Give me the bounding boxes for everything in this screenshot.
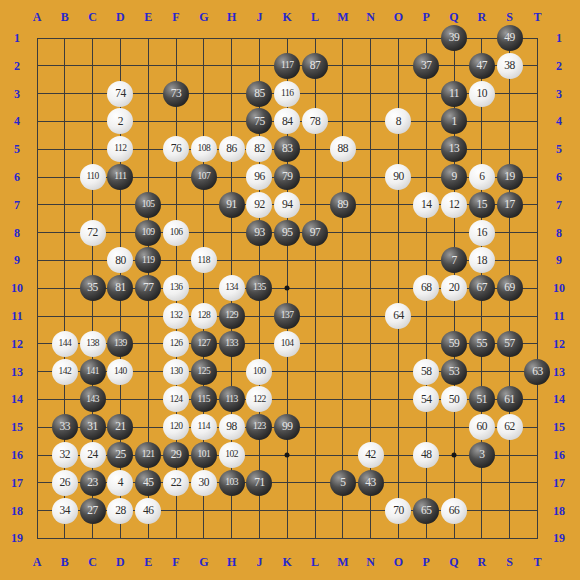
go-board[interactable]: AABBCCDDEEFFGGHHJJKKLLMMNNOOPPQQRRSSTT11…: [0, 0, 580, 580]
coord-label-right: 7: [556, 197, 562, 212]
move-number: 1: [451, 116, 456, 128]
white-stone-C16: 24: [80, 442, 106, 468]
move-number: 12: [449, 199, 460, 211]
black-stone-P2: 37: [413, 53, 439, 79]
coord-label-top: P: [423, 10, 430, 25]
black-stone-K2: 117: [274, 53, 300, 79]
coord-label-right: 19: [553, 531, 565, 546]
move-number: 19: [504, 171, 515, 183]
move-number: 15: [477, 199, 488, 211]
black-stone-S12: 57: [497, 331, 523, 357]
coord-label-bottom: L: [311, 555, 319, 570]
move-number: 130: [170, 367, 183, 377]
move-number: 136: [170, 283, 183, 293]
move-number: 68: [421, 282, 432, 294]
move-number: 135: [253, 283, 266, 293]
black-stone-D12: 139: [107, 331, 133, 357]
move-number: 3: [479, 449, 484, 461]
move-number: 76: [171, 143, 182, 155]
move-number: 144: [58, 339, 71, 349]
move-number: 90: [393, 171, 404, 183]
white-stone-F14: 124: [163, 386, 189, 412]
move-number: 34: [60, 505, 71, 517]
move-number: 133: [225, 339, 238, 349]
move-number: 93: [254, 227, 265, 239]
black-stone-P18: 65: [413, 498, 439, 524]
move-number: 116: [281, 89, 293, 99]
star-point: [452, 453, 457, 458]
white-stone-R9: 18: [469, 247, 495, 273]
move-number: 28: [115, 505, 126, 517]
move-number: 91: [226, 199, 237, 211]
move-number: 140: [114, 367, 127, 377]
white-stone-C6: 110: [80, 164, 106, 190]
black-stone-M7: 89: [330, 192, 356, 218]
move-number: 96: [254, 171, 265, 183]
move-number: 39: [449, 32, 460, 44]
move-number: 119: [142, 256, 154, 266]
move-number: 81: [115, 282, 126, 294]
white-stone-R8: 16: [469, 220, 495, 246]
move-number: 58: [421, 366, 432, 378]
move-number: 143: [86, 395, 99, 405]
move-number: 105: [142, 200, 155, 210]
white-stone-O6: 90: [385, 164, 411, 190]
move-number: 85: [254, 88, 265, 100]
white-stone-G9: 118: [191, 247, 217, 273]
move-number: 49: [504, 32, 515, 44]
coord-label-left: 19: [11, 531, 23, 546]
white-stone-F13: 130: [163, 359, 189, 385]
move-number: 117: [281, 61, 293, 71]
coord-label-right: 9: [556, 253, 562, 268]
coord-label-top: D: [116, 10, 125, 25]
white-stone-B12: 144: [52, 331, 78, 357]
white-stone-H5: 86: [219, 136, 245, 162]
move-number: 115: [198, 395, 210, 405]
coord-label-bottom: J: [256, 555, 262, 570]
move-number: 20: [449, 282, 460, 294]
move-number: 54: [421, 394, 432, 406]
move-number: 4: [118, 477, 123, 489]
black-stone-Q3: 11: [441, 81, 467, 107]
move-number: 83: [282, 143, 293, 155]
white-stone-F15: 120: [163, 414, 189, 440]
white-stone-O4: 8: [385, 108, 411, 134]
black-stone-R2: 47: [469, 53, 495, 79]
black-stone-Q4: 1: [441, 108, 467, 134]
black-stone-E9: 119: [135, 247, 161, 273]
coord-label-left: 16: [11, 448, 23, 463]
move-number: 65: [421, 505, 432, 517]
black-stone-H14: 113: [219, 386, 245, 412]
white-stone-R15: 60: [469, 414, 495, 440]
black-stone-D15: 21: [107, 414, 133, 440]
black-stone-C18: 27: [80, 498, 106, 524]
move-number: 26: [60, 477, 71, 489]
black-stone-J10: 135: [246, 275, 272, 301]
white-stone-F11: 132: [163, 303, 189, 329]
white-stone-P16: 48: [413, 442, 439, 468]
white-stone-J6: 96: [246, 164, 272, 190]
black-stone-J8: 93: [246, 220, 272, 246]
white-stone-F17: 22: [163, 470, 189, 496]
move-number: 35: [87, 282, 98, 294]
white-stone-K3: 116: [274, 81, 300, 107]
coord-label-bottom: O: [394, 555, 403, 570]
black-stone-Q6: 9: [441, 164, 467, 190]
coord-label-bottom: F: [172, 555, 179, 570]
coord-label-right: 11: [553, 309, 564, 324]
move-number: 13: [449, 143, 460, 155]
black-stone-J17: 71: [246, 470, 272, 496]
move-number: 17: [504, 199, 515, 211]
coord-label-left: 3: [14, 86, 20, 101]
move-number: 60: [477, 421, 488, 433]
move-number: 74: [115, 88, 126, 100]
move-number: 45: [143, 477, 154, 489]
white-stone-Q14: 50: [441, 386, 467, 412]
coord-label-left: 6: [14, 170, 20, 185]
black-stone-S1: 49: [497, 25, 523, 51]
black-stone-Q9: 7: [441, 247, 467, 273]
black-stone-G6: 107: [191, 164, 217, 190]
star-point: [285, 286, 290, 291]
coord-label-right: 2: [556, 58, 562, 73]
black-stone-C15: 31: [80, 414, 106, 440]
white-stone-S15: 62: [497, 414, 523, 440]
coord-label-right: 10: [553, 281, 565, 296]
move-number: 7: [451, 255, 456, 267]
move-number: 112: [114, 144, 126, 154]
move-number: 106: [170, 228, 183, 238]
black-stone-F16: 29: [163, 442, 189, 468]
move-number: 132: [170, 311, 183, 321]
coord-label-top: J: [256, 10, 262, 25]
white-stone-H16: 102: [219, 442, 245, 468]
move-number: 137: [281, 311, 294, 321]
black-stone-S14: 61: [497, 386, 523, 412]
black-stone-G12: 127: [191, 331, 217, 357]
coord-label-top: C: [88, 10, 97, 25]
white-stone-R6: 6: [469, 164, 495, 190]
white-stone-O18: 70: [385, 498, 411, 524]
move-number: 124: [170, 395, 183, 405]
grid-line: [37, 38, 38, 539]
coord-label-left: 1: [14, 31, 20, 46]
coord-label-right: 12: [553, 336, 565, 351]
move-number: 21: [115, 421, 126, 433]
white-stone-K12: 104: [274, 331, 300, 357]
white-stone-F12: 126: [163, 331, 189, 357]
move-number: 138: [86, 339, 99, 349]
move-number: 63: [532, 366, 543, 378]
move-number: 6: [479, 171, 484, 183]
move-number: 125: [197, 367, 210, 377]
coord-label-right: 5: [556, 142, 562, 157]
move-number: 77: [143, 282, 154, 294]
move-number: 57: [504, 338, 515, 350]
coord-label-left: 5: [14, 142, 20, 157]
move-number: 46: [143, 505, 154, 517]
black-stone-K5: 83: [274, 136, 300, 162]
move-number: 33: [60, 421, 71, 433]
black-stone-R7: 15: [469, 192, 495, 218]
white-stone-E18: 46: [135, 498, 161, 524]
move-number: 71: [254, 477, 265, 489]
move-number: 129: [225, 311, 238, 321]
coord-label-right: 1: [556, 31, 562, 46]
white-stone-D13: 140: [107, 359, 133, 385]
white-stone-P10: 68: [413, 275, 439, 301]
move-number: 78: [310, 116, 321, 128]
move-number: 86: [226, 143, 237, 155]
coord-label-top: F: [172, 10, 179, 25]
coord-label-bottom: T: [533, 555, 541, 570]
white-stone-K4: 84: [274, 108, 300, 134]
move-number: 128: [197, 311, 210, 321]
coord-label-top: R: [477, 10, 486, 25]
grid-line: [342, 38, 343, 539]
black-stone-J15: 123: [246, 414, 272, 440]
move-number: 70: [393, 505, 404, 517]
white-stone-R3: 10: [469, 81, 495, 107]
white-stone-D18: 28: [107, 498, 133, 524]
white-stone-K7: 94: [274, 192, 300, 218]
move-number: 101: [197, 450, 210, 460]
move-number: 95: [282, 227, 293, 239]
black-stone-K6: 79: [274, 164, 300, 190]
coord-label-top: B: [61, 10, 69, 25]
white-stone-B13: 142: [52, 359, 78, 385]
move-number: 47: [477, 60, 488, 72]
move-number: 92: [254, 199, 265, 211]
white-stone-B18: 34: [52, 498, 78, 524]
white-stone-L4: 78: [302, 108, 328, 134]
black-stone-H12: 133: [219, 331, 245, 357]
move-number: 73: [171, 88, 182, 100]
move-number: 127: [197, 339, 210, 349]
move-number: 30: [199, 477, 210, 489]
black-stone-J4: 75: [246, 108, 272, 134]
coord-label-top: O: [394, 10, 403, 25]
move-number: 94: [282, 199, 293, 211]
white-stone-P14: 54: [413, 386, 439, 412]
move-number: 98: [226, 421, 237, 433]
coord-label-left: 17: [11, 475, 23, 490]
black-stone-Q5: 13: [441, 136, 467, 162]
move-number: 37: [421, 60, 432, 72]
move-number: 48: [421, 449, 432, 461]
move-number: 61: [504, 394, 515, 406]
move-number: 51: [477, 394, 488, 406]
move-number: 22: [171, 477, 182, 489]
coord-label-bottom: K: [283, 555, 292, 570]
coord-label-left: 11: [11, 309, 22, 324]
black-stone-H11: 129: [219, 303, 245, 329]
move-number: 102: [225, 450, 238, 460]
move-number: 11: [449, 88, 459, 100]
coord-label-bottom: D: [116, 555, 125, 570]
move-number: 62: [504, 421, 515, 433]
white-stone-J13: 100: [246, 359, 272, 385]
move-number: 139: [114, 339, 127, 349]
coord-label-bottom: C: [88, 555, 97, 570]
move-number: 89: [338, 199, 349, 211]
black-stone-S6: 19: [497, 164, 523, 190]
black-stone-D10: 81: [107, 275, 133, 301]
coord-label-bottom: R: [477, 555, 486, 570]
black-stone-R14: 51: [469, 386, 495, 412]
move-number: 14: [421, 199, 432, 211]
white-stone-J14: 122: [246, 386, 272, 412]
black-stone-E10: 77: [135, 275, 161, 301]
move-number: 123: [253, 422, 266, 432]
move-number: 84: [282, 116, 293, 128]
coord-label-right: 16: [553, 448, 565, 463]
move-number: 59: [449, 338, 460, 350]
coord-label-top: T: [533, 10, 541, 25]
black-stone-Q13: 53: [441, 359, 467, 385]
black-stone-G14: 115: [191, 386, 217, 412]
coord-label-right: 3: [556, 86, 562, 101]
move-number: 75: [254, 116, 265, 128]
move-number: 5: [340, 477, 345, 489]
coord-label-top: L: [311, 10, 319, 25]
move-number: 25: [115, 449, 126, 461]
move-number: 16: [477, 227, 488, 239]
move-number: 69: [504, 282, 515, 294]
coord-label-left: 4: [14, 114, 20, 129]
black-stone-H7: 91: [219, 192, 245, 218]
white-stone-D4: 2: [107, 108, 133, 134]
coord-label-right: 6: [556, 170, 562, 185]
grid-line: [37, 538, 538, 539]
move-number: 10: [477, 88, 488, 100]
coord-label-bottom: S: [506, 555, 513, 570]
white-stone-H10: 134: [219, 275, 245, 301]
white-stone-G17: 30: [191, 470, 217, 496]
black-stone-G13: 125: [191, 359, 217, 385]
move-number: 29: [171, 449, 182, 461]
white-stone-D9: 80: [107, 247, 133, 273]
white-stone-Q18: 66: [441, 498, 467, 524]
coord-label-bottom: G: [199, 555, 208, 570]
black-stone-K8: 95: [274, 220, 300, 246]
black-stone-C14: 143: [80, 386, 106, 412]
coord-label-left: 9: [14, 253, 20, 268]
black-stone-E7: 105: [135, 192, 161, 218]
move-number: 18: [477, 255, 488, 267]
white-stone-J5: 82: [246, 136, 272, 162]
white-stone-C8: 72: [80, 220, 106, 246]
move-number: 31: [87, 421, 98, 433]
move-number: 108: [197, 144, 210, 154]
black-stone-S7: 17: [497, 192, 523, 218]
black-stone-G16: 101: [191, 442, 217, 468]
black-stone-Q12: 59: [441, 331, 467, 357]
coord-label-left: 14: [11, 392, 23, 407]
move-number: 66: [449, 505, 460, 517]
move-number: 87: [310, 60, 321, 72]
white-stone-M5: 88: [330, 136, 356, 162]
move-number: 121: [142, 450, 155, 460]
coord-label-top: G: [199, 10, 208, 25]
move-number: 64: [393, 310, 404, 322]
coord-label-left: 10: [11, 281, 23, 296]
white-stone-Q10: 20: [441, 275, 467, 301]
black-stone-L8: 97: [302, 220, 328, 246]
move-number: 38: [504, 60, 515, 72]
white-stone-F8: 106: [163, 220, 189, 246]
coord-label-left: 18: [11, 503, 23, 518]
black-stone-J3: 85: [246, 81, 272, 107]
black-stone-R10: 67: [469, 275, 495, 301]
move-number: 53: [449, 366, 460, 378]
coord-label-bottom: M: [337, 555, 348, 570]
coord-label-right: 17: [553, 475, 565, 490]
coord-label-bottom: B: [61, 555, 69, 570]
move-number: 126: [170, 339, 183, 349]
move-number: 23: [87, 477, 98, 489]
white-stone-F5: 76: [163, 136, 189, 162]
star-point: [285, 453, 290, 458]
black-stone-D16: 25: [107, 442, 133, 468]
go-diagram-window: AABBCCDDEEFFGGHHJJKKLLMMNNOOPPQQRRSSTT11…: [0, 0, 580, 580]
move-number: 114: [198, 422, 210, 432]
coord-label-top: E: [144, 10, 152, 25]
white-stone-G11: 128: [191, 303, 217, 329]
black-stone-S10: 69: [497, 275, 523, 301]
coord-label-top: N: [366, 10, 375, 25]
black-stone-N17: 43: [358, 470, 384, 496]
move-number: 104: [281, 339, 294, 349]
coord-label-left: 12: [11, 336, 23, 351]
coord-label-bottom: N: [366, 555, 375, 570]
white-stone-G5: 108: [191, 136, 217, 162]
black-stone-D6: 111: [107, 164, 133, 190]
black-stone-K11: 137: [274, 303, 300, 329]
white-stone-P13: 58: [413, 359, 439, 385]
black-stone-H17: 103: [219, 470, 245, 496]
coord-label-top: A: [33, 10, 42, 25]
coord-label-bottom: H: [227, 555, 236, 570]
move-number: 42: [365, 449, 376, 461]
move-number: 122: [253, 395, 266, 405]
coord-label-right: 15: [553, 420, 565, 435]
move-number: 27: [87, 505, 98, 517]
move-number: 32: [60, 449, 71, 461]
black-stone-M17: 5: [330, 470, 356, 496]
coord-label-top: Q: [449, 10, 458, 25]
move-number: 109: [142, 228, 155, 238]
black-stone-L2: 87: [302, 53, 328, 79]
move-number: 50: [449, 394, 460, 406]
move-number: 80: [115, 255, 126, 267]
move-number: 24: [87, 449, 98, 461]
white-stone-B17: 26: [52, 470, 78, 496]
coord-label-left: 8: [14, 225, 20, 240]
white-stone-C12: 138: [80, 331, 106, 357]
coord-label-left: 7: [14, 197, 20, 212]
black-stone-F3: 73: [163, 81, 189, 107]
black-stone-E16: 121: [135, 442, 161, 468]
move-number: 100: [253, 367, 266, 377]
move-number: 110: [86, 172, 98, 182]
coord-label-right: 8: [556, 225, 562, 240]
white-stone-D17: 4: [107, 470, 133, 496]
move-number: 2: [118, 116, 123, 128]
